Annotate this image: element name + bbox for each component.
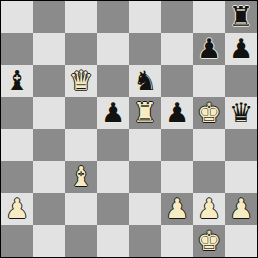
square-g8[interactable] [193,1,225,33]
square-f7[interactable] [161,33,193,65]
square-h2[interactable]: ♟ [225,193,257,225]
square-c6[interactable]: ♛ [65,65,97,97]
square-g4[interactable] [193,129,225,161]
square-e5[interactable]: ♜ [129,97,161,129]
square-a5[interactable] [1,97,33,129]
square-d5[interactable]: ♟ [97,97,129,129]
piece-white-pawn[interactable]: ♟ [229,193,253,225]
square-h3[interactable] [225,161,257,193]
square-e4[interactable] [129,129,161,161]
chess-board-frame: ♜♟♟♝♛♞♟♜♟♚♛♝♟♟♟♟♚ [0,0,258,258]
square-e8[interactable] [129,1,161,33]
square-a2[interactable]: ♟ [1,193,33,225]
square-d4[interactable] [97,129,129,161]
square-e6[interactable]: ♞ [129,65,161,97]
square-g3[interactable] [193,161,225,193]
square-h4[interactable] [225,129,257,161]
piece-black-bishop[interactable]: ♝ [5,65,29,97]
square-c3[interactable]: ♝ [65,161,97,193]
piece-black-pawn[interactable]: ♟ [229,33,253,65]
square-g7[interactable]: ♟ [193,33,225,65]
square-e7[interactable] [129,33,161,65]
square-b7[interactable] [33,33,65,65]
square-f2[interactable]: ♟ [161,193,193,225]
square-d8[interactable] [97,1,129,33]
square-c8[interactable] [65,1,97,33]
square-c4[interactable] [65,129,97,161]
piece-white-pawn[interactable]: ♟ [5,193,29,225]
piece-black-pawn[interactable]: ♟ [101,97,125,129]
square-d6[interactable] [97,65,129,97]
piece-white-pawn[interactable]: ♟ [165,193,189,225]
square-h1[interactable] [225,225,257,257]
square-a8[interactable] [1,1,33,33]
square-e3[interactable] [129,161,161,193]
piece-white-pawn[interactable]: ♟ [197,193,221,225]
square-b6[interactable] [33,65,65,97]
square-a6[interactable]: ♝ [1,65,33,97]
piece-black-queen[interactable]: ♛ [229,97,253,129]
chess-board: ♜♟♟♝♛♞♟♜♟♚♛♝♟♟♟♟♚ [1,1,257,257]
square-b5[interactable] [33,97,65,129]
piece-white-rook[interactable]: ♜ [133,97,157,129]
piece-black-pawn[interactable]: ♟ [197,33,221,65]
square-c5[interactable] [65,97,97,129]
square-e1[interactable] [129,225,161,257]
square-f3[interactable] [161,161,193,193]
piece-white-king[interactable]: ♚ [197,97,221,129]
piece-white-queen[interactable]: ♛ [69,65,93,97]
square-h6[interactable] [225,65,257,97]
square-e2[interactable] [129,193,161,225]
square-g6[interactable] [193,65,225,97]
square-a7[interactable] [1,33,33,65]
square-h7[interactable]: ♟ [225,33,257,65]
square-g5[interactable]: ♚ [193,97,225,129]
square-f1[interactable] [161,225,193,257]
square-c2[interactable] [65,193,97,225]
square-b4[interactable] [33,129,65,161]
square-b8[interactable] [33,1,65,33]
square-f5[interactable]: ♟ [161,97,193,129]
square-c1[interactable] [65,225,97,257]
square-b3[interactable] [33,161,65,193]
square-c7[interactable] [65,33,97,65]
square-f4[interactable] [161,129,193,161]
piece-white-king[interactable]: ♚ [197,225,221,257]
square-f8[interactable] [161,1,193,33]
square-b1[interactable] [33,225,65,257]
square-d2[interactable] [97,193,129,225]
square-d1[interactable] [97,225,129,257]
square-d3[interactable] [97,161,129,193]
piece-black-rook[interactable]: ♜ [229,1,253,33]
piece-black-pawn[interactable]: ♟ [165,97,189,129]
piece-white-bishop[interactable]: ♝ [69,161,93,193]
square-a3[interactable] [1,161,33,193]
square-d7[interactable] [97,33,129,65]
square-g2[interactable]: ♟ [193,193,225,225]
square-f6[interactable] [161,65,193,97]
square-g1[interactable]: ♚ [193,225,225,257]
square-h5[interactable]: ♛ [225,97,257,129]
square-a1[interactable] [1,225,33,257]
square-b2[interactable] [33,193,65,225]
square-h8[interactable]: ♜ [225,1,257,33]
piece-black-knight[interactable]: ♞ [133,65,157,97]
square-a4[interactable] [1,129,33,161]
